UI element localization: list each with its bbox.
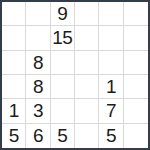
cell-r3c3[interactable] <box>51 51 75 75</box>
cell-r1c6[interactable] <box>124 2 148 26</box>
cell-r6c3[interactable]: 5 <box>51 124 75 148</box>
cell-r2c1[interactable] <box>2 26 26 50</box>
cell-r4c6[interactable] <box>124 75 148 99</box>
puzzle-board: 9158811375655 <box>0 0 150 150</box>
cell-r4c3[interactable] <box>51 75 75 99</box>
cell-r5c1[interactable]: 1 <box>2 99 26 123</box>
cell-r2c6[interactable] <box>124 26 148 50</box>
cell-r5c2[interactable]: 3 <box>26 99 50 123</box>
cell-r6c2[interactable]: 6 <box>26 124 50 148</box>
cell-r2c5[interactable] <box>99 26 123 50</box>
cell-r1c2[interactable] <box>26 2 50 26</box>
cell-r4c2[interactable]: 8 <box>26 75 50 99</box>
cell-r1c3[interactable]: 9 <box>51 2 75 26</box>
cell-r6c6[interactable] <box>124 124 148 148</box>
cell-r1c4[interactable] <box>75 2 99 26</box>
cell-r5c5[interactable]: 7 <box>99 99 123 123</box>
cell-r1c1[interactable] <box>2 2 26 26</box>
cell-r3c6[interactable] <box>124 51 148 75</box>
cell-r4c4[interactable] <box>75 75 99 99</box>
cell-r3c1[interactable] <box>2 51 26 75</box>
cell-r3c2[interactable]: 8 <box>26 51 50 75</box>
cell-r2c4[interactable] <box>75 26 99 50</box>
cell-r6c5[interactable]: 5 <box>99 124 123 148</box>
cell-r2c3[interactable]: 15 <box>51 26 75 50</box>
cell-r5c4[interactable] <box>75 99 99 123</box>
cell-r1c5[interactable] <box>99 2 123 26</box>
cell-r5c6[interactable] <box>124 99 148 123</box>
cell-r6c4[interactable] <box>75 124 99 148</box>
cell-r6c1[interactable]: 5 <box>2 124 26 148</box>
cell-r4c1[interactable] <box>2 75 26 99</box>
cell-r2c2[interactable] <box>26 26 50 50</box>
cell-r4c5[interactable]: 1 <box>99 75 123 99</box>
cell-r3c4[interactable] <box>75 51 99 75</box>
cell-r5c3[interactable] <box>51 99 75 123</box>
cell-r3c5[interactable] <box>99 51 123 75</box>
